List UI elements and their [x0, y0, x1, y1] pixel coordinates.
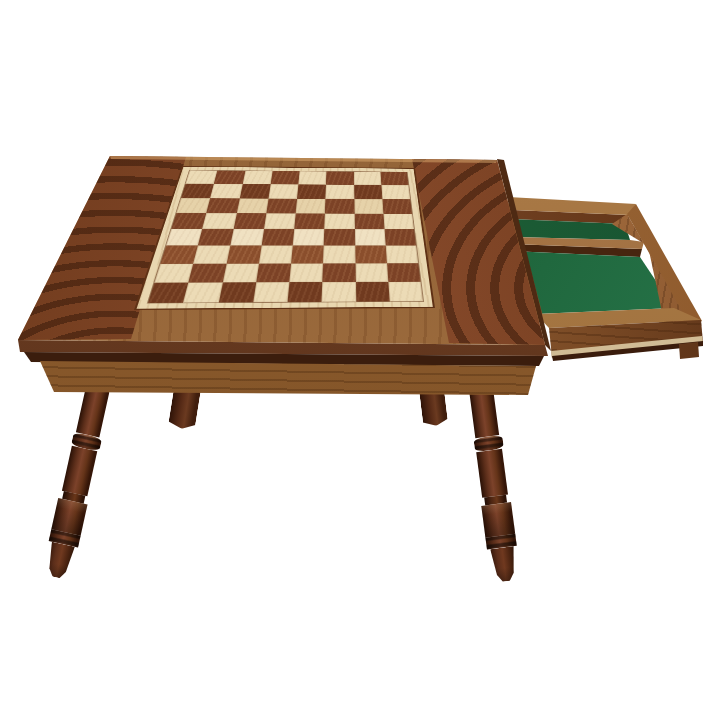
board-square — [324, 213, 354, 229]
board-square — [296, 199, 326, 214]
board-square — [382, 199, 412, 214]
board-square — [210, 184, 242, 198]
board-square — [186, 170, 218, 184]
board-square — [384, 229, 416, 245]
board-square — [322, 282, 356, 302]
board-square — [171, 213, 206, 229]
leg-upper-cylinder — [469, 387, 499, 438]
board-square — [383, 214, 414, 230]
board-square — [181, 184, 214, 198]
board-square — [233, 213, 266, 229]
board-square — [202, 213, 236, 229]
board-square — [294, 213, 325, 229]
board-square — [242, 171, 272, 185]
board-square — [268, 184, 298, 198]
board-square — [226, 246, 261, 264]
board-square — [198, 229, 233, 246]
board-square — [380, 172, 408, 185]
board-square — [324, 229, 355, 246]
board-square — [176, 198, 210, 213]
board-square — [193, 246, 229, 264]
board-square — [354, 214, 384, 230]
board-square — [354, 172, 382, 185]
board-square — [270, 171, 299, 184]
board-square — [230, 229, 264, 246]
board-square — [183, 282, 222, 302]
board-square — [354, 199, 383, 214]
board-square — [326, 171, 354, 184]
board-square — [288, 282, 323, 302]
board-square — [206, 198, 239, 213]
leg-foot — [488, 546, 520, 583]
board-square — [189, 263, 227, 282]
board-square — [289, 263, 323, 282]
board-square — [326, 185, 354, 199]
board-square — [222, 263, 258, 282]
board-square — [259, 246, 293, 264]
chessboard-squares — [148, 170, 423, 303]
leg-vase-section — [62, 446, 97, 497]
board-square — [386, 246, 419, 263]
board-square — [355, 263, 388, 282]
board-square — [387, 263, 421, 282]
board-square — [291, 246, 324, 264]
board-square — [160, 246, 198, 264]
board-square — [354, 185, 382, 199]
board-square — [381, 185, 410, 199]
board-square — [388, 282, 423, 302]
board-square — [323, 246, 355, 264]
leg-lower-block — [481, 502, 515, 538]
table-leg-front-right — [464, 387, 524, 588]
board-square — [239, 184, 270, 198]
board-square — [325, 199, 354, 214]
board-square — [154, 263, 193, 282]
board-square — [256, 263, 291, 282]
chess-table-photo — [0, 0, 720, 720]
board-square — [297, 185, 326, 199]
board-square — [266, 198, 297, 213]
tabletop-reveal-step — [0, 0, 720, 720]
board-square — [323, 263, 356, 282]
board-square — [218, 282, 256, 302]
board-square — [293, 229, 325, 246]
leg-upper-cylinder — [76, 385, 110, 437]
board-square — [355, 246, 387, 264]
chessboard — [134, 166, 435, 310]
board-square — [355, 282, 389, 302]
board-square — [264, 213, 296, 229]
table-leg-front-left — [39, 384, 114, 581]
board-square — [236, 198, 268, 213]
leg-foot — [42, 541, 77, 580]
board-square — [261, 229, 294, 246]
board-square — [214, 171, 245, 185]
leg-vase-section — [476, 449, 508, 498]
board-square — [298, 171, 326, 184]
chessboard-maple-border — [147, 170, 424, 304]
board-square — [355, 229, 386, 246]
board-square — [166, 229, 202, 246]
board-square — [148, 282, 188, 302]
board-square — [253, 282, 289, 302]
